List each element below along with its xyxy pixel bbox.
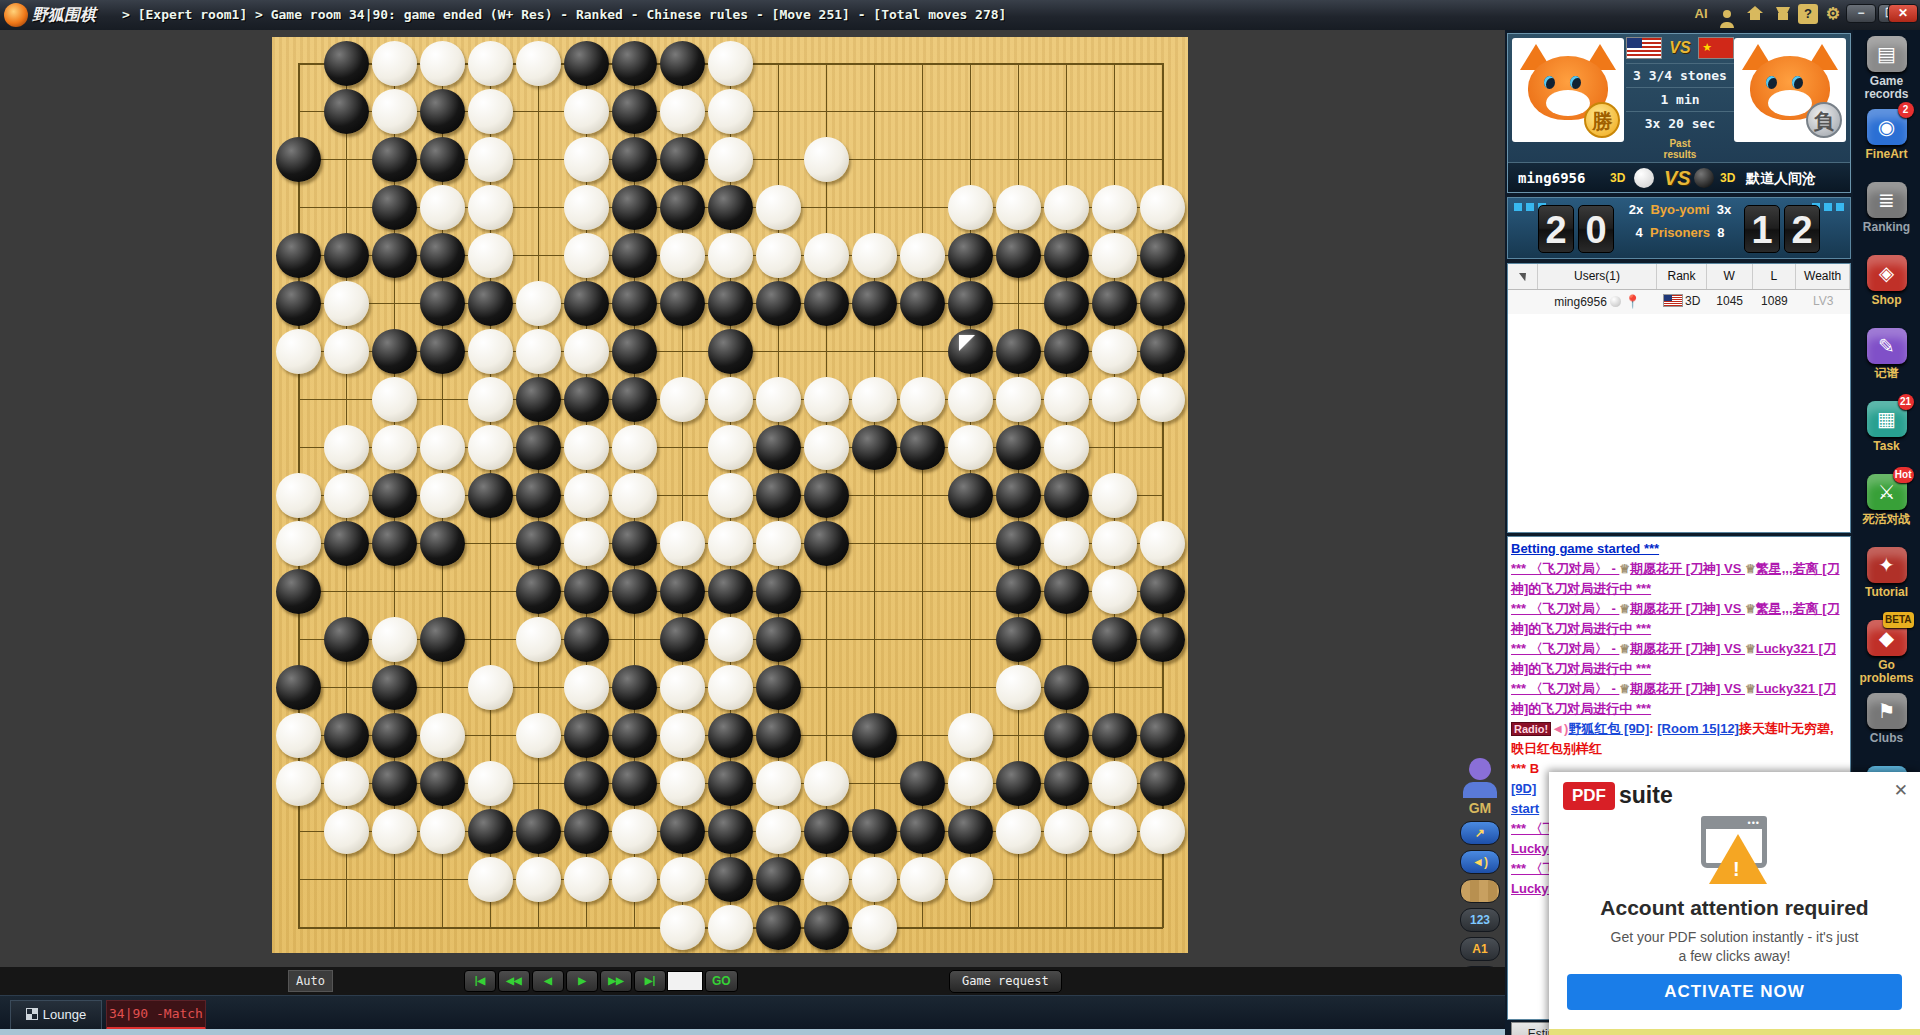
main-time-value: 1 min <box>1626 88 1734 112</box>
players-name-row: ming6956 3D VS 3D 默道人间沧 <box>1508 162 1850 192</box>
stone-black <box>660 569 705 614</box>
stone-white <box>276 473 321 518</box>
popup-title: Account attention required <box>1549 896 1920 920</box>
stone-white <box>420 809 465 854</box>
close-button[interactable]: ✕ <box>1888 4 1918 23</box>
stone-black <box>708 761 753 806</box>
stone-white <box>372 809 417 854</box>
sidebar-item-label: 死活对战 <box>1853 513 1920 526</box>
sidebar-item-fineart[interactable]: ◉2FineArt <box>1853 109 1920 161</box>
stone-white <box>708 665 753 710</box>
stone-white <box>372 41 417 86</box>
right-player-name[interactable]: 默道人间沧 <box>1746 170 1816 188</box>
stone-black <box>1140 617 1185 662</box>
stone-black <box>1140 233 1185 278</box>
stone-white <box>756 761 801 806</box>
sidebar-item-clubs[interactable]: ⚑Clubs <box>1853 693 1920 745</box>
right-player-avatar: 負 <box>1734 38 1846 142</box>
user-icon[interactable] <box>1716 4 1738 24</box>
stone-black <box>420 137 465 182</box>
chat-message: *** 〈飞刀对局〉 - ♕期愿花开 [刀神] VS ♕Lucky321 [刀神… <box>1511 639 1847 679</box>
stone-black <box>372 665 417 710</box>
stone-white <box>708 425 753 470</box>
stone-white <box>996 377 1041 422</box>
chat-message: *** 〈飞刀对局〉 - ♕期愿花开 [刀神] VS ♕繁星,,,若离 [刀神]… <box>1511 559 1847 599</box>
stone-white <box>660 761 705 806</box>
sidebar-item-game-records[interactable]: ▤Game records <box>1853 36 1920 101</box>
sidebar-item-label: Shop <box>1853 294 1920 307</box>
pdf-suite-popup: PDF suite ✕ ••• ! Account attention requ… <box>1549 772 1920 1035</box>
stone-black <box>756 665 801 710</box>
coords-A1-button[interactable]: A1 <box>1460 937 1500 961</box>
kifu-icon: ✎ <box>1867 328 1907 364</box>
location-pin-icon: 📍 <box>1625 294 1641 309</box>
stone-white <box>900 233 945 278</box>
stone-black <box>660 41 705 86</box>
go-button[interactable]: GO <box>705 970 738 992</box>
stone-white <box>1092 329 1137 374</box>
stone-white <box>564 137 609 182</box>
stone-black <box>1092 281 1137 326</box>
next-move-button[interactable]: ▶ <box>566 970 598 992</box>
lounge-grid-icon <box>26 1008 38 1020</box>
stone-white <box>708 41 753 86</box>
stone-white <box>564 329 609 374</box>
user-wealth: LV3 <box>1796 290 1850 314</box>
stone-white <box>756 233 801 278</box>
user-list: Users(1)RankWLWealth ming6956 📍 3D 1045 … <box>1507 263 1851 533</box>
sidebar-item-life-death-battle[interactable]: ⚔Hot死活对战 <box>1853 474 1920 526</box>
stone-white <box>804 233 849 278</box>
stone-black <box>708 857 753 902</box>
stone-black <box>756 905 801 950</box>
title-bar: 野狐围棋 > [Expert room1] > Game room 34|90:… <box>0 0 1920 30</box>
stone-black <box>324 89 369 134</box>
stone-black <box>468 809 513 854</box>
stone-black <box>900 761 945 806</box>
stone-white <box>1092 761 1137 806</box>
game-request-button[interactable]: Game request <box>949 970 1062 993</box>
stone-white <box>516 329 561 374</box>
sidebar-item-label: Ranking <box>1853 221 1920 234</box>
stone-white <box>708 905 753 950</box>
stone-black <box>1140 713 1185 758</box>
stone-black <box>372 137 417 182</box>
tutorial-icon: ✦ <box>1867 547 1907 583</box>
stone-black <box>612 377 657 422</box>
stone-white <box>756 185 801 230</box>
stone-black <box>948 809 993 854</box>
playback-bar: |◀◀◀◀▶▶▶▶|GO Auto Game request <box>0 967 1505 995</box>
stone-white <box>372 617 417 662</box>
stone-white <box>948 857 993 902</box>
stone-black <box>756 569 801 614</box>
breadcrumb: > [Expert room1] > Game room 34|90: game… <box>122 7 1006 22</box>
stone-black <box>612 521 657 566</box>
stone-white <box>1140 521 1185 566</box>
left-score-digit: 0 <box>1578 205 1614 253</box>
clubs-icon: ⚑ <box>1867 693 1907 729</box>
stone-white <box>612 857 657 902</box>
go-problems-icon: ◆BETA <box>1867 620 1907 656</box>
stone-white <box>276 713 321 758</box>
popup-close-icon[interactable]: ✕ <box>1894 780 1908 801</box>
stone-white <box>1092 473 1137 518</box>
first-move-button[interactable]: |◀ <box>464 970 496 992</box>
stone-black <box>324 521 369 566</box>
stone-black <box>372 713 417 758</box>
komi-value: 3 3/4 stones <box>1626 64 1734 88</box>
badge: Hot <box>1893 467 1914 483</box>
stone-white <box>564 665 609 710</box>
stone-white <box>612 425 657 470</box>
fast-back-button[interactable]: ◀◀ <box>498 970 530 992</box>
sound-button[interactable]: ◄) <box>1460 850 1500 874</box>
sidebar-item-go-problems[interactable]: ◆BETAGo problems <box>1853 620 1920 685</box>
stone-black <box>900 425 945 470</box>
stone-black <box>1044 665 1089 710</box>
move-number-input[interactable] <box>667 971 703 991</box>
stone-black <box>1092 617 1137 662</box>
past-results-label[interactable]: Pastresults <box>1626 138 1734 160</box>
stone-black <box>1140 569 1185 614</box>
warning-triangle-icon: ! <box>1709 834 1767 884</box>
stone-white <box>276 329 321 374</box>
stone-black <box>852 425 897 470</box>
stone-black <box>1044 569 1089 614</box>
ai-icon[interactable]: AI <box>1690 4 1712 24</box>
stone-black <box>708 569 753 614</box>
stone-black <box>1044 761 1089 806</box>
stone-white <box>612 809 657 854</box>
ranking-icon: ≣ <box>1867 182 1907 218</box>
stone-white <box>660 857 705 902</box>
user-wins: 1045 <box>1707 290 1753 314</box>
tab-lounge[interactable]: Lounge <box>10 1000 102 1030</box>
stone-white <box>1092 809 1137 854</box>
stone-black <box>612 233 657 278</box>
stone-white <box>420 473 465 518</box>
stone-white <box>1092 185 1137 230</box>
cn-flag-icon: ★ <box>1699 38 1733 58</box>
stone-black <box>612 761 657 806</box>
stone-black <box>660 137 705 182</box>
share-button[interactable]: ↗ <box>1460 821 1500 845</box>
shirt-icon[interactable] <box>1772 4 1794 24</box>
stone-black <box>1140 761 1185 806</box>
stone-black <box>804 473 849 518</box>
stone-white <box>468 233 513 278</box>
fast-forward-button[interactable]: ▶▶ <box>600 970 632 992</box>
stone-black <box>276 281 321 326</box>
stone-black <box>612 185 657 230</box>
stone-black <box>516 425 561 470</box>
stone-white <box>852 905 897 950</box>
stone-black <box>852 713 897 758</box>
stone-black <box>276 233 321 278</box>
stone-black <box>948 329 993 374</box>
stone-black <box>276 569 321 614</box>
stone-black <box>612 713 657 758</box>
stone-black <box>420 761 465 806</box>
stone-white <box>372 425 417 470</box>
stone-white <box>468 761 513 806</box>
sidebar-item-label: FineArt <box>1853 148 1920 161</box>
chat-message: *** 〈飞刀对局〉 - ♕期愿花开 [刀神] VS ♕繁星,,,若离 [刀神]… <box>1511 599 1847 639</box>
stone-black <box>804 281 849 326</box>
chat-message: *** 〈飞刀对局〉 - ♕期愿花开 [刀神] VS ♕Lucky321 [刀神… <box>1511 679 1847 719</box>
right-score-digit: 1 <box>1744 205 1780 253</box>
stone-black <box>564 281 609 326</box>
stone-black <box>372 761 417 806</box>
stone-white <box>804 761 849 806</box>
stone-black <box>996 329 1041 374</box>
stone-white <box>468 377 513 422</box>
stone-black <box>324 713 369 758</box>
stone-white <box>276 521 321 566</box>
stone-black <box>612 137 657 182</box>
stone-white <box>1140 377 1185 422</box>
stone-white <box>660 521 705 566</box>
stone-black <box>756 857 801 902</box>
stone-white <box>420 425 465 470</box>
stone-black <box>564 617 609 662</box>
prev-move-button[interactable]: ◀ <box>532 970 564 992</box>
loss-medal: 負 <box>1806 102 1842 138</box>
stone-black <box>852 809 897 854</box>
sidebar-item-label: Tutorial <box>1853 586 1920 599</box>
stone-black <box>420 281 465 326</box>
stone-white <box>1092 569 1137 614</box>
stone-white <box>516 713 561 758</box>
stone-white <box>468 665 513 710</box>
score-box: 2 0 2x Byo-yomi 3x 4 Prisoners 8 1 2 <box>1507 197 1851 259</box>
stone-white <box>1044 185 1089 230</box>
stone-black <box>612 281 657 326</box>
board-theme-button[interactable] <box>1460 879 1500 903</box>
gm-column: GM ↗◄)123A1+ <box>1455 758 1505 990</box>
sidebar-item-label: Game records <box>1853 75 1920 101</box>
badge: BETA <box>1883 612 1913 628</box>
stone-white <box>1140 809 1185 854</box>
bottom-strip <box>0 1029 1549 1035</box>
stone-black <box>420 329 465 374</box>
byoyomi-prisoners: 2x Byo-yomi 3x 4 Prisoners 8 <box>1618 202 1742 240</box>
coords-123-button[interactable]: 123 <box>1460 908 1500 932</box>
stone-white <box>804 377 849 422</box>
stone-white <box>996 185 1041 230</box>
stone-black <box>468 473 513 518</box>
stone-white <box>420 713 465 758</box>
stone-white <box>468 137 513 182</box>
stone-black <box>564 41 609 86</box>
stone-white <box>468 41 513 86</box>
home-icon[interactable] <box>1744 4 1766 24</box>
activate-now-button[interactable]: ACTIVATE NOW <box>1567 974 1902 1010</box>
stone-white <box>948 713 993 758</box>
stone-white <box>564 185 609 230</box>
stone-white <box>804 137 849 182</box>
stone-black <box>1044 329 1089 374</box>
stone-black <box>612 89 657 134</box>
stone-white <box>708 137 753 182</box>
stone-white <box>948 185 993 230</box>
stone-white <box>708 377 753 422</box>
stone-black <box>804 905 849 950</box>
sidebar-item-tutorial[interactable]: ✦Tutorial <box>1853 547 1920 599</box>
sidebar-item-task[interactable]: ▦21Task <box>1853 401 1920 453</box>
column-header[interactable]: Rank <box>1657 264 1707 289</box>
shop-icon: ◈ <box>1867 255 1907 291</box>
stone-white <box>900 857 945 902</box>
stone-white <box>996 665 1041 710</box>
settings-gear-icon[interactable]: ⚙ <box>1822 4 1844 24</box>
sidebar-item-label: Go problems <box>1853 659 1920 685</box>
stone-white <box>324 473 369 518</box>
stone-black <box>948 233 993 278</box>
stone-black <box>612 665 657 710</box>
sidebar-item-shop[interactable]: ◈Shop <box>1853 255 1920 307</box>
stone-black <box>996 761 1041 806</box>
us-flag-icon <box>1664 295 1682 306</box>
stone-black <box>1092 713 1137 758</box>
sidebar-item-label: Clubs <box>1853 732 1920 745</box>
stone-black <box>612 329 657 374</box>
tab-match[interactable]: 34|90 -Match <box>106 1000 206 1030</box>
app-logo-text: 野狐围棋 <box>32 5 96 26</box>
stone-white <box>564 89 609 134</box>
stone-black <box>756 281 801 326</box>
stone-white <box>468 185 513 230</box>
stone-black <box>324 41 369 86</box>
stone-white <box>852 233 897 278</box>
stone-white <box>1044 521 1089 566</box>
stone-white <box>900 377 945 422</box>
stone-black <box>564 377 609 422</box>
stone-white <box>324 281 369 326</box>
stone-white <box>948 425 993 470</box>
stone-white <box>660 377 705 422</box>
stone-white <box>564 857 609 902</box>
auto-button[interactable]: Auto <box>288 970 333 992</box>
badge: 2 <box>1898 102 1914 118</box>
stone-black <box>420 233 465 278</box>
column-header[interactable]: Wealth <box>1796 264 1850 289</box>
stone-white <box>324 329 369 374</box>
stone-black <box>468 281 513 326</box>
user-row[interactable]: ming6956 📍 3D 1045 1089 LV3 <box>1508 290 1850 314</box>
stone-black <box>996 473 1041 518</box>
fox-go-client-window: 野狐围棋 > [Expert room1] > Game room 34|90:… <box>0 0 1920 1035</box>
stone-white <box>1092 377 1137 422</box>
game-records-icon: ▤ <box>1867 36 1907 72</box>
stone-black <box>756 425 801 470</box>
right-player-rank: 3D <box>1720 171 1735 185</box>
stone-white <box>804 425 849 470</box>
stone-white <box>324 761 369 806</box>
stone-white <box>1092 521 1137 566</box>
stone-white <box>756 521 801 566</box>
last-move-button[interactable]: ▶| <box>634 970 666 992</box>
sidebar-item-kifu[interactable]: ✎记谱 <box>1853 328 1920 380</box>
stone-black <box>996 425 1041 470</box>
stone-white <box>708 89 753 134</box>
stone-white <box>564 425 609 470</box>
pdf-logo: PDF <box>1563 782 1615 810</box>
stone-white <box>468 89 513 134</box>
stone-black <box>948 281 993 326</box>
fineart-icon: ◉2 <box>1867 109 1907 145</box>
left-player-rank: 3D <box>1610 171 1625 185</box>
stone-white <box>660 905 705 950</box>
life-death-battle-icon: ⚔Hot <box>1867 474 1907 510</box>
sidebar-item-label: Task <box>1853 440 1920 453</box>
stone-black <box>756 617 801 662</box>
stone-black <box>276 665 321 710</box>
filter-icon[interactable] <box>1508 264 1538 289</box>
stone-black <box>708 329 753 374</box>
chat-message: Betting game started *** <box>1511 539 1847 559</box>
stone-black <box>564 569 609 614</box>
stone-black <box>516 521 561 566</box>
stone-black <box>804 521 849 566</box>
stone-black <box>516 377 561 422</box>
stone-black <box>660 185 705 230</box>
column-header[interactable]: Users(1) <box>1538 264 1657 289</box>
stone-white <box>372 377 417 422</box>
stone-black <box>516 473 561 518</box>
stone-white <box>804 857 849 902</box>
stone-white <box>516 281 561 326</box>
win-medal: 勝 <box>1584 102 1620 138</box>
go-board[interactable] <box>272 37 1188 953</box>
stone-black <box>420 89 465 134</box>
stone-black <box>276 137 321 182</box>
players-box: 勝 VS ★ 3 3/4 stones 1 min 3x 20 sec Past… <box>1507 33 1851 193</box>
stone-white <box>1044 425 1089 470</box>
task-icon: ▦21 <box>1867 401 1907 437</box>
stone-black <box>996 233 1041 278</box>
stone-white <box>516 41 561 86</box>
stone-white <box>276 761 321 806</box>
stone-black <box>900 809 945 854</box>
stone-black <box>708 185 753 230</box>
left-player-name[interactable]: ming6956 <box>1518 170 1585 186</box>
stone-black <box>996 617 1041 662</box>
sidebar-item-ranking[interactable]: ≣Ranking <box>1853 182 1920 234</box>
pdf-suite-brand: suite <box>1619 782 1673 809</box>
column-header[interactable]: W <box>1707 264 1753 289</box>
stone-white <box>1140 185 1185 230</box>
app-logo-icon <box>4 3 28 27</box>
stone-white <box>708 473 753 518</box>
minimize-button[interactable]: − <box>1846 4 1876 23</box>
stone-white <box>468 857 513 902</box>
stone-black <box>612 569 657 614</box>
user-name: ming6956 <box>1554 295 1607 309</box>
last-move-marker <box>959 335 975 351</box>
stone-white <box>852 377 897 422</box>
column-header[interactable]: L <box>1753 264 1797 289</box>
stone-black <box>372 329 417 374</box>
stone-black <box>708 281 753 326</box>
stone-black <box>660 281 705 326</box>
stone-black <box>1044 233 1089 278</box>
stone-white <box>324 425 369 470</box>
popup-text: Get your PDF solution instantly - it's j… <box>1549 928 1920 966</box>
help-icon[interactable]: ? <box>1798 4 1818 24</box>
stone-black <box>996 521 1041 566</box>
